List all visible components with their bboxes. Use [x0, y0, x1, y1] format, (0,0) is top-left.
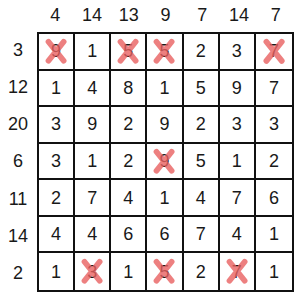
grid-cell-r1c3[interactable]: 5: [111, 34, 147, 71]
grid-cell-r4c3[interactable]: 2: [111, 144, 147, 181]
grid-cell-r3c3[interactable]: 2: [111, 107, 147, 144]
grid-cell-r6c4[interactable]: 6: [147, 217, 183, 254]
cell-value: 9: [232, 79, 242, 97]
cell-value: 9: [159, 152, 169, 170]
cell-value: 5: [159, 42, 169, 60]
grid-cell-r5c2[interactable]: 7: [75, 180, 111, 217]
cell-value: 6: [269, 189, 279, 207]
grid-cell-r4c7[interactable]: 2: [256, 144, 292, 181]
cell-value: 7: [269, 42, 279, 60]
grid-cell-r3c2[interactable]: 9: [75, 107, 111, 144]
cell-value: 2: [51, 189, 61, 207]
column-target-7: 7: [257, 0, 294, 31]
column-target-4: 9: [147, 0, 184, 31]
cell-value: 4: [87, 225, 97, 243]
grid-cell-r4c5[interactable]: 5: [184, 144, 220, 181]
grid-cell-r7c3[interactable]: 1: [111, 253, 147, 290]
cell-value: 1: [232, 152, 242, 170]
cell-value: 2: [123, 115, 133, 133]
cell-value: 1: [51, 263, 61, 281]
grid-cell-r2c5[interactable]: 5: [184, 71, 220, 108]
cell-value: 1: [269, 263, 279, 281]
cell-value: 7: [232, 263, 242, 281]
grid-cell-r1c7[interactable]: 7: [256, 34, 292, 71]
cell-value: 4: [123, 189, 133, 207]
cell-value: 9: [87, 115, 97, 133]
grid-cell-r5c7[interactable]: 6: [256, 180, 292, 217]
cell-value: 2: [123, 152, 133, 170]
cell-value: 1: [51, 79, 61, 97]
row-target-4: 6: [0, 143, 36, 180]
cell-value: 1: [87, 152, 97, 170]
cell-value: 3: [232, 42, 242, 60]
grid-cell-r5c1[interactable]: 2: [39, 180, 75, 217]
grid-cell-r2c3[interactable]: 8: [111, 71, 147, 108]
cell-value: 3: [232, 115, 242, 133]
cell-value: 1: [87, 42, 97, 60]
column-target-5: 7: [184, 0, 221, 31]
row-target-7: 2: [0, 255, 36, 292]
cell-value: 7: [196, 225, 206, 243]
cell-value: 9: [159, 115, 169, 133]
cell-value: 4: [51, 225, 61, 243]
row-target-5: 11: [0, 181, 36, 218]
grid-cell-r5c3[interactable]: 4: [111, 180, 147, 217]
grid-cell-r7c2[interactable]: 3: [75, 253, 111, 290]
cell-value: 4: [87, 79, 97, 97]
cell-value: 3: [51, 115, 61, 133]
grid-cell-r7c1[interactable]: 1: [39, 253, 75, 290]
cell-value: 1: [159, 189, 169, 207]
grid-cell-r7c6[interactable]: 7: [220, 253, 256, 290]
cell-value: 7: [269, 79, 279, 97]
puzzle-page: 4141397147 31220611142 91552371481597392…: [0, 0, 300, 298]
cell-value: 5: [196, 152, 206, 170]
grid-cell-r6c5[interactable]: 7: [184, 217, 220, 254]
grid-cell-r1c1[interactable]: 9: [39, 34, 75, 71]
column-target-3: 13: [110, 0, 147, 31]
cell-value: 3: [269, 115, 279, 133]
cell-value: 2: [269, 152, 279, 170]
grid-cell-r1c5[interactable]: 2: [184, 34, 220, 71]
cell-value: 9: [51, 42, 61, 60]
grid-cell-r1c4[interactable]: 5: [147, 34, 183, 71]
cell-value: 6: [123, 225, 133, 243]
grid-cell-r4c1[interactable]: 3: [39, 144, 75, 181]
cell-value: 3: [87, 263, 97, 281]
grid-cell-r5c5[interactable]: 4: [184, 180, 220, 217]
grid-cell-r4c4[interactable]: 9: [147, 144, 183, 181]
cell-value: 2: [196, 263, 206, 281]
cell-value: 1: [123, 263, 133, 281]
grid-cell-r5c4[interactable]: 1: [147, 180, 183, 217]
grid-cell-r1c2[interactable]: 1: [75, 34, 111, 71]
column-target-1: 4: [37, 0, 74, 31]
cell-value: 7: [87, 189, 97, 207]
cell-value: 7: [232, 189, 242, 207]
grid-cell-r6c1[interactable]: 4: [39, 217, 75, 254]
cell-value: 4: [196, 189, 206, 207]
cell-value: 5: [196, 79, 206, 97]
cell-value: 1: [269, 225, 279, 243]
row-target-3: 20: [0, 106, 36, 143]
grid-cell-r2c2[interactable]: 4: [75, 71, 111, 108]
grid-cell-r4c6[interactable]: 1: [220, 144, 256, 181]
grid-cell-r2c6[interactable]: 9: [220, 71, 256, 108]
grid-cell-r2c1[interactable]: 1: [39, 71, 75, 108]
grid-cell-r6c2[interactable]: 4: [75, 217, 111, 254]
grid-cell-r7c4[interactable]: 5: [147, 253, 183, 290]
grid-cell-r5c6[interactable]: 7: [220, 180, 256, 217]
grid-cell-r2c4[interactable]: 1: [147, 71, 183, 108]
column-target-2: 14: [74, 0, 111, 31]
grid-cell-r6c3[interactable]: 6: [111, 217, 147, 254]
grid-cell-r1c6[interactable]: 3: [220, 34, 256, 71]
cell-value: 8: [123, 79, 133, 97]
grid-cell-r6c6[interactable]: 4: [220, 217, 256, 254]
row-targets: 31220611142: [0, 32, 36, 292]
row-target-1: 3: [0, 32, 36, 69]
cell-value: 6: [159, 225, 169, 243]
grid-cell-r7c7[interactable]: 1: [256, 253, 292, 290]
cell-value: 3: [51, 152, 61, 170]
grid-cell-r3c7[interactable]: 3: [256, 107, 292, 144]
grid-cell-r3c4[interactable]: 9: [147, 107, 183, 144]
cell-value: 5: [159, 263, 169, 281]
grid-cell-r7c5[interactable]: 2: [184, 253, 220, 290]
grid-cell-r3c6[interactable]: 3: [220, 107, 256, 144]
column-targets: 4141397147: [37, 0, 294, 31]
cell-value: 4: [232, 225, 242, 243]
cell-value: 1: [159, 79, 169, 97]
row-target-6: 14: [0, 218, 36, 255]
cell-value: 5: [123, 42, 133, 60]
cell-value: 2: [196, 42, 206, 60]
grid-cell-r4c2[interactable]: 1: [75, 144, 111, 181]
cell-value: 2: [196, 115, 206, 133]
grid-cell-r2c7[interactable]: 7: [256, 71, 292, 108]
row-target-2: 12: [0, 69, 36, 106]
grid-cell-r6c7[interactable]: 1: [256, 217, 292, 254]
grid-cell-r3c5[interactable]: 2: [184, 107, 220, 144]
column-target-6: 14: [221, 0, 258, 31]
grid-cell-r3c1[interactable]: 3: [39, 107, 75, 144]
puzzle-board: 9155237148159739292333129512274147644667…: [37, 32, 294, 292]
